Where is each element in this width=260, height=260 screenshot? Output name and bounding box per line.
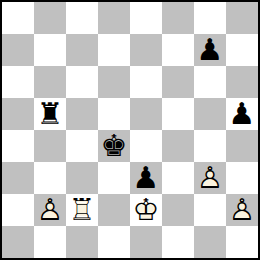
- white-pawn-icon[interactable]: ♟♙: [34, 194, 66, 226]
- square-b4[interactable]: [34, 130, 66, 162]
- square-f8[interactable]: [162, 2, 194, 34]
- square-a4[interactable]: [2, 130, 34, 162]
- square-e3[interactable]: ♟: [130, 162, 162, 194]
- square-g2[interactable]: [194, 194, 226, 226]
- square-d2[interactable]: [98, 194, 130, 226]
- square-a7[interactable]: [2, 34, 34, 66]
- square-b1[interactable]: [34, 226, 66, 258]
- square-f1[interactable]: [162, 226, 194, 258]
- square-d1[interactable]: [98, 226, 130, 258]
- square-b5[interactable]: ♜: [34, 98, 66, 130]
- square-d5[interactable]: [98, 98, 130, 130]
- white-pawn-icon[interactable]: ♟♙: [226, 194, 258, 226]
- square-f6[interactable]: [162, 66, 194, 98]
- square-f4[interactable]: [162, 130, 194, 162]
- square-e6[interactable]: [130, 66, 162, 98]
- square-g4[interactable]: [194, 130, 226, 162]
- square-e8[interactable]: [130, 2, 162, 34]
- square-g8[interactable]: [194, 2, 226, 34]
- white-pawn-icon[interactable]: ♟♙: [194, 162, 226, 194]
- square-f2[interactable]: [162, 194, 194, 226]
- black-rook-icon[interactable]: ♜: [34, 98, 66, 130]
- square-e2[interactable]: ♚♔: [130, 194, 162, 226]
- square-f7[interactable]: [162, 34, 194, 66]
- white-pawn-outline: ♙: [194, 162, 226, 194]
- square-b2[interactable]: ♟♙: [34, 194, 66, 226]
- white-king-outline: ♔: [130, 194, 162, 226]
- square-c5[interactable]: [66, 98, 98, 130]
- square-g1[interactable]: [194, 226, 226, 258]
- square-c6[interactable]: [66, 66, 98, 98]
- square-d8[interactable]: [98, 2, 130, 34]
- square-e5[interactable]: [130, 98, 162, 130]
- chess-diagram: ♟♜♟♚♟♟♙♟♙♜♖♚♔♟♙: [0, 0, 260, 260]
- square-h3[interactable]: [226, 162, 258, 194]
- square-c8[interactable]: [66, 2, 98, 34]
- square-g3[interactable]: ♟♙: [194, 162, 226, 194]
- square-d4[interactable]: ♚: [98, 130, 130, 162]
- white-rook-icon[interactable]: ♜♖: [66, 194, 98, 226]
- black-king-glyph: ♚: [98, 130, 130, 162]
- square-e4[interactable]: [130, 130, 162, 162]
- square-a5[interactable]: [2, 98, 34, 130]
- square-h4[interactable]: [226, 130, 258, 162]
- square-g5[interactable]: [194, 98, 226, 130]
- square-a6[interactable]: [2, 66, 34, 98]
- square-h5[interactable]: ♟: [226, 98, 258, 130]
- square-d3[interactable]: [98, 162, 130, 194]
- white-pawn-outline: ♙: [34, 194, 66, 226]
- square-b6[interactable]: [34, 66, 66, 98]
- square-h1[interactable]: [226, 226, 258, 258]
- black-pawn-glyph: ♟: [226, 98, 258, 130]
- square-c3[interactable]: [66, 162, 98, 194]
- square-c4[interactable]: [66, 130, 98, 162]
- square-h6[interactable]: [226, 66, 258, 98]
- square-c1[interactable]: [66, 226, 98, 258]
- white-rook-outline: ♖: [66, 194, 98, 226]
- square-b8[interactable]: [34, 2, 66, 34]
- square-f3[interactable]: [162, 162, 194, 194]
- white-pawn-outline: ♙: [226, 194, 258, 226]
- black-pawn-icon[interactable]: ♟: [226, 98, 258, 130]
- black-pawn-glyph: ♟: [194, 34, 226, 66]
- square-g7[interactable]: ♟: [194, 34, 226, 66]
- square-g6[interactable]: [194, 66, 226, 98]
- black-king-icon[interactable]: ♚: [98, 130, 130, 162]
- square-d7[interactable]: [98, 34, 130, 66]
- square-c2[interactable]: ♜♖: [66, 194, 98, 226]
- square-h2[interactable]: ♟♙: [226, 194, 258, 226]
- square-a3[interactable]: [2, 162, 34, 194]
- black-pawn-glyph: ♟: [130, 162, 162, 194]
- square-h7[interactable]: [226, 34, 258, 66]
- square-d6[interactable]: [98, 66, 130, 98]
- square-h8[interactable]: [226, 2, 258, 34]
- square-b7[interactable]: [34, 34, 66, 66]
- square-f5[interactable]: [162, 98, 194, 130]
- black-pawn-icon[interactable]: ♟: [194, 34, 226, 66]
- square-a1[interactable]: [2, 226, 34, 258]
- square-c7[interactable]: [66, 34, 98, 66]
- square-e1[interactable]: [130, 226, 162, 258]
- black-rook-glyph: ♜: [34, 98, 66, 130]
- chess-board: ♟♜♟♚♟♟♙♟♙♜♖♚♔♟♙: [0, 0, 260, 260]
- square-b3[interactable]: [34, 162, 66, 194]
- square-a2[interactable]: [2, 194, 34, 226]
- black-pawn-icon[interactable]: ♟: [130, 162, 162, 194]
- white-king-icon[interactable]: ♚♔: [130, 194, 162, 226]
- square-e7[interactable]: [130, 34, 162, 66]
- square-a8[interactable]: [2, 2, 34, 34]
